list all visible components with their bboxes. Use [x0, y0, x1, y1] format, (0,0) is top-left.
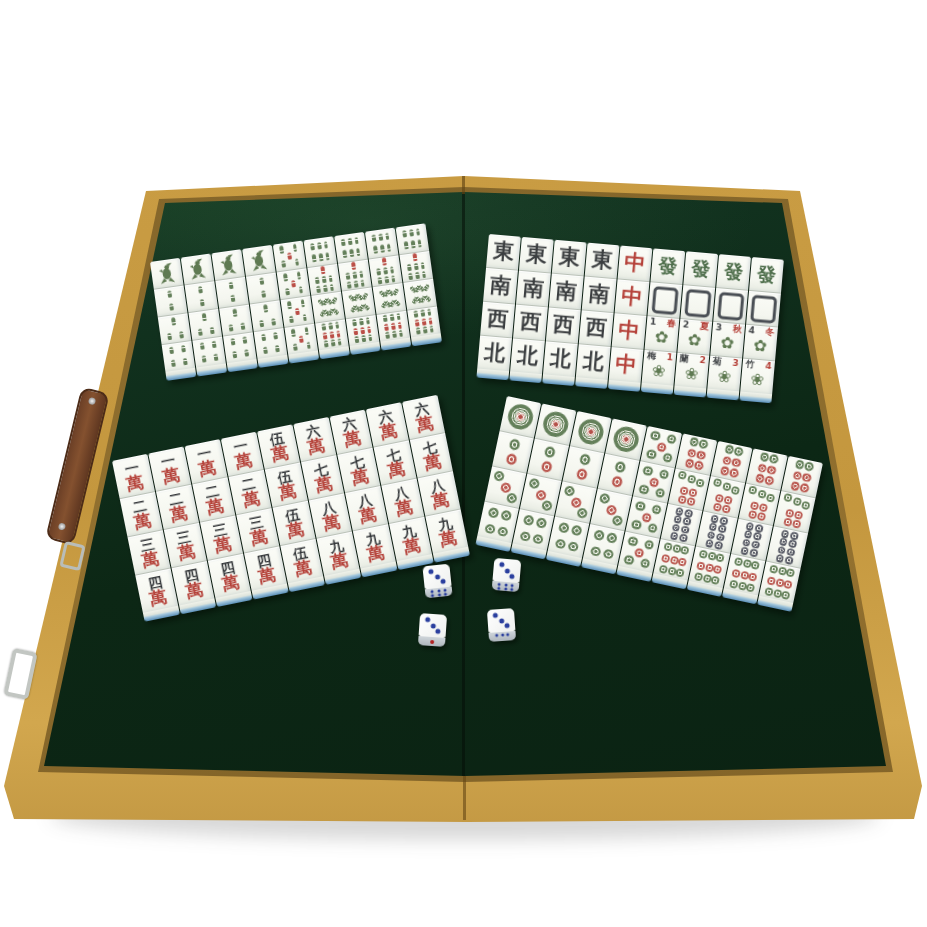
mahjong-tile-7s[interactable] [399, 250, 433, 282]
rivet-icon [58, 522, 66, 530]
mahjong-tile-9s[interactable] [315, 318, 349, 350]
die-front-face [489, 631, 517, 642]
mahjong-tile-8s[interactable] [373, 282, 407, 314]
mahjong-tile-E[interactable]: 東 [552, 240, 587, 276]
mahjong-tile-4m[interactable]: 四萬 [135, 567, 178, 612]
mahjong-tile-4m[interactable]: 四萬 [208, 553, 251, 598]
mahjong-tile-N[interactable]: 北 [510, 337, 545, 374]
mahjong-tile-8s[interactable] [311, 291, 345, 323]
rivet-icon [88, 397, 96, 405]
mahjong-tile-SE2[interactable]: 2夏✿ [677, 318, 712, 355]
mahjong-tile-5s[interactable] [284, 323, 318, 355]
mahjong-tile-S[interactable]: 南 [516, 270, 551, 307]
mahjong-tile-GD[interactable]: 發 [749, 257, 784, 293]
mahjong-tile-5s[interactable] [280, 295, 314, 327]
mahjong-tile-6s[interactable] [365, 228, 398, 259]
white-dragon-frame [717, 291, 744, 320]
mahjong-tile-6s[interactable] [334, 232, 367, 263]
mahjong-tile-8s[interactable] [403, 278, 437, 310]
mahjong-tile-1s[interactable] [150, 258, 183, 289]
mahjong-tile-2s[interactable] [184, 280, 218, 312]
mahjong-tile-E[interactable]: 東 [486, 234, 521, 270]
one-dot-medallion [505, 401, 536, 432]
mahjong-tile-5s[interactable] [277, 267, 311, 299]
mahjong-tile-RD[interactable]: 中 [618, 246, 653, 282]
mahjong-tile-S[interactable]: 南 [483, 267, 518, 304]
mahjong-tile-2s[interactable] [215, 276, 249, 308]
mahjong-tile-7s[interactable] [338, 259, 372, 291]
mahjong-tile-GD[interactable]: 發 [683, 251, 718, 287]
mahjong-tile-6s[interactable] [396, 223, 429, 254]
mahjong-tile-9p[interactable] [759, 561, 801, 603]
white-dragon-frame [684, 288, 711, 317]
die-top-face [492, 558, 521, 583]
die-2[interactable] [492, 558, 522, 592]
wall-north-wall-honors: 東南西北東南西北東南西北東南西北中中中中發1春✿梅1❀發2夏✿蘭2❀發3秋✿菊3… [476, 234, 783, 403]
mahjong-tile-GD[interactable]: 發 [650, 248, 685, 284]
mahjong-tile-N[interactable]: 北 [543, 340, 578, 377]
one-dot-medallion [540, 409, 571, 440]
mahjong-tile-FL4[interactable]: 竹4❀ [740, 358, 775, 395]
mahjong-tile-8s[interactable] [342, 286, 376, 318]
mahjong-tile-RD[interactable]: 中 [615, 278, 650, 315]
mahjong-tile-1s[interactable] [181, 254, 214, 285]
mahjong-tile-4s[interactable] [192, 336, 226, 368]
mahjong-tile-2s[interactable] [246, 272, 280, 304]
mahjong-tile-4s[interactable] [254, 327, 288, 359]
mahjong-tile-RD[interactable]: 中 [612, 312, 647, 349]
mahjong-tile-9s[interactable] [376, 310, 410, 342]
mahjong-tile-1s[interactable] [211, 249, 244, 280]
sparrow-icon [219, 253, 238, 276]
mahjong-tile-5m[interactable]: 伍萬 [280, 538, 323, 583]
center-fold-seam [462, 192, 465, 776]
mahjong-tile-FL1[interactable]: 梅1❀ [642, 349, 677, 386]
mahjong-tile-4s[interactable] [223, 331, 257, 363]
mahjong-tile-9m[interactable]: 九萬 [425, 508, 468, 553]
mahjong-tile-S[interactable]: 南 [582, 276, 617, 313]
mahjong-tile-WD[interactable] [746, 290, 781, 327]
mahjong-tile-7s[interactable] [307, 263, 341, 295]
die-3[interactable] [418, 613, 447, 647]
sparrow-icon [188, 257, 207, 280]
mahjong-tile-3s[interactable] [219, 304, 253, 336]
mahjong-table-scene: 東南西北東南西北東南西北東南西北中中中中發1春✿梅1❀發2夏✿蘭2❀發3秋✿菊3… [0, 0, 927, 927]
mahjong-tile-9m[interactable]: 九萬 [316, 531, 359, 576]
mahjong-tile-1s[interactable] [242, 245, 275, 276]
mahjong-tile-9m[interactable]: 九萬 [353, 523, 396, 568]
mahjong-tile-9s[interactable] [407, 306, 441, 338]
die-top-face [487, 608, 516, 633]
mahjong-tile-N[interactable]: 北 [576, 343, 611, 380]
mahjong-tile-FL2[interactable]: 蘭2❀ [674, 352, 709, 389]
mahjong-tile-GD[interactable]: 發 [716, 254, 751, 290]
die-top-face [422, 564, 451, 590]
die-front-face [418, 636, 446, 647]
mahjong-tile-9m[interactable]: 九萬 [389, 516, 432, 561]
mahjong-tile-SE1[interactable]: 1春✿ [645, 315, 680, 352]
mahjong-tile-6s[interactable] [303, 236, 336, 267]
die-4[interactable] [487, 608, 516, 642]
mahjong-tile-3s[interactable] [158, 312, 192, 344]
die-1[interactable] [422, 564, 452, 599]
center-fold-seam-top [462, 176, 465, 194]
mahjong-tile-4m[interactable]: 四萬 [171, 560, 214, 605]
white-dragon-frame [750, 294, 777, 323]
mahjong-tile-4m[interactable]: 四萬 [244, 545, 287, 590]
mahjong-tile-W[interactable]: 西 [480, 301, 515, 338]
mahjong-tile-5s[interactable] [273, 241, 306, 272]
mahjong-tile-7s[interactable] [369, 254, 403, 286]
mahjong-tile-N[interactable]: 北 [477, 335, 512, 372]
mahjong-tile-S[interactable]: 南 [549, 273, 584, 310]
sparrow-icon [249, 249, 268, 272]
mahjong-tile-W[interactable]: 西 [546, 306, 581, 343]
mahjong-tile-SE4[interactable]: 4冬✿ [743, 324, 778, 361]
mahjong-tile-3s[interactable] [250, 299, 284, 331]
one-dot-medallion [611, 424, 642, 455]
white-dragon-frame [652, 286, 679, 315]
mahjong-tile-W[interactable]: 西 [513, 304, 548, 341]
sparrow-icon [157, 262, 176, 285]
mahjong-tile-2s[interactable] [154, 285, 188, 317]
mahjong-tile-E[interactable]: 東 [585, 243, 620, 279]
mahjong-tile-WD[interactable] [648, 281, 683, 318]
mahjong-tile-SE3[interactable]: 3秋✿ [710, 321, 745, 358]
center-fold-seam-bottom [463, 776, 466, 820]
mahjong-tile-RD[interactable]: 中 [609, 346, 644, 383]
mahjong-tile-FL3[interactable]: 菊3❀ [707, 355, 742, 392]
mahjong-tile-4s[interactable] [162, 340, 196, 372]
mahjong-tile-WD[interactable] [680, 284, 715, 321]
mahjong-tile-E[interactable]: 東 [519, 237, 554, 273]
mahjong-tile-3s[interactable] [188, 308, 222, 340]
mahjong-tile-9s[interactable] [346, 314, 380, 346]
mahjong-tile-W[interactable]: 西 [579, 309, 614, 346]
die-top-face [419, 613, 448, 638]
mahjong-tile-WD[interactable] [713, 287, 748, 324]
one-dot-medallion [576, 416, 607, 447]
